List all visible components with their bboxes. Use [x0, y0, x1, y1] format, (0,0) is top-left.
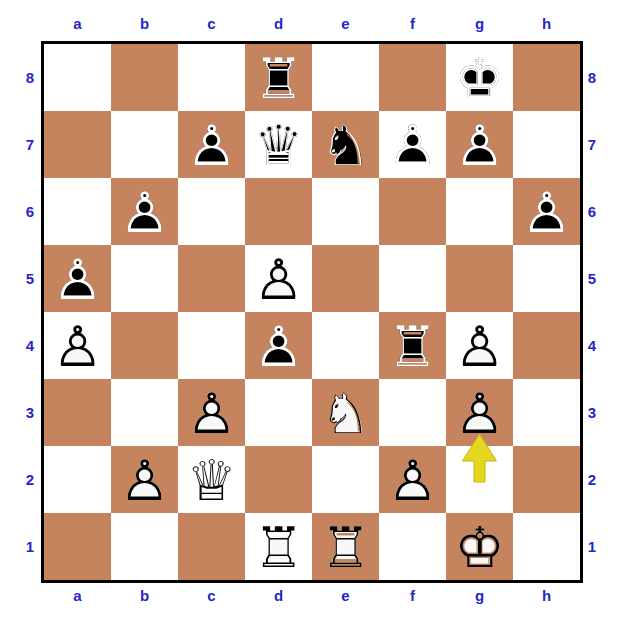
square-g7[interactable]: ♟♙ — [446, 111, 513, 178]
square-f8[interactable] — [379, 44, 446, 111]
square-h8[interactable] — [513, 44, 580, 111]
white-pawn-a4-outline: ♙ — [44, 313, 111, 380]
white-pawn-c3-outline: ♙ — [178, 380, 245, 447]
rank-label-2: 2 — [18, 446, 42, 513]
white-pawn-g3-outline: ♙ — [446, 380, 513, 447]
rank-label-7: 7 — [580, 111, 604, 178]
black-pawn-h6-outline: ♙ — [513, 179, 580, 246]
white-knight-e3-outline: ♘ — [312, 380, 379, 447]
rank-label-6: 6 — [18, 178, 42, 245]
black-rook-d8-outline: ♖ — [245, 45, 312, 112]
square-a6[interactable] — [44, 178, 111, 245]
square-f4[interactable]: ♜♖ — [379, 312, 446, 379]
rank-label-7: 7 — [18, 111, 42, 178]
square-d8[interactable]: ♜♖ — [245, 44, 312, 111]
file-label-e: e — [312, 587, 379, 607]
square-d2[interactable] — [245, 446, 312, 513]
black-pawn-g7-outline: ♙ — [446, 112, 513, 179]
file-label-f: f — [379, 587, 446, 607]
file-label-b: b — [111, 587, 178, 607]
square-e6[interactable] — [312, 178, 379, 245]
file-label-c: c — [178, 587, 245, 607]
white-rook-d1-outline: ♖ — [245, 514, 312, 581]
square-h6[interactable]: ♟♙ — [513, 178, 580, 245]
square-a3[interactable] — [44, 379, 111, 446]
file-labels-top: abcdefgh — [44, 15, 580, 35]
file-label-e: e — [312, 15, 379, 35]
square-b5[interactable] — [111, 245, 178, 312]
black-pawn-d4[interactable]: ♟ — [245, 313, 312, 380]
square-g1[interactable]: ♚♔ — [446, 513, 513, 580]
square-g6[interactable] — [446, 178, 513, 245]
square-c1[interactable] — [178, 513, 245, 580]
black-rook-f4[interactable]: ♜ — [379, 313, 446, 380]
square-c3[interactable]: ♟♙ — [178, 379, 245, 446]
square-d3[interactable] — [245, 379, 312, 446]
file-label-h: h — [513, 587, 580, 607]
square-c4[interactable] — [178, 312, 245, 379]
rank-label-4: 4 — [18, 312, 42, 379]
square-d5[interactable]: ♟♙ — [245, 245, 312, 312]
white-rook-e1-outline: ♖ — [312, 514, 379, 581]
rank-labels-left: 87654321 — [18, 44, 42, 580]
square-d6[interactable] — [245, 178, 312, 245]
rank-label-4: 4 — [580, 312, 604, 379]
file-label-g: g — [446, 587, 513, 607]
black-queen-d7-outline: ♕ — [245, 112, 312, 179]
white-knight-e3[interactable]: ♞ — [312, 380, 379, 447]
rank-label-5: 5 — [18, 245, 42, 312]
rank-label-5: 5 — [580, 245, 604, 312]
black-king-g8[interactable]: ♚ — [446, 45, 513, 112]
white-rook-e1[interactable]: ♜ — [312, 514, 379, 581]
rank-label-1: 1 — [580, 513, 604, 580]
square-f3[interactable] — [379, 379, 446, 446]
square-e5[interactable] — [312, 245, 379, 312]
square-e2[interactable] — [312, 446, 379, 513]
square-d1[interactable]: ♜♖ — [245, 513, 312, 580]
file-labels-bottom: abcdefgh — [44, 587, 580, 607]
black-pawn-h6[interactable]: ♟ — [513, 179, 580, 246]
square-f2[interactable]: ♟♙ — [379, 446, 446, 513]
rank-label-6: 6 — [580, 178, 604, 245]
square-b2[interactable]: ♟♙ — [111, 446, 178, 513]
chess-diagram: abcdefgh 87654321 87654321 ♜♖♚♔♟♙♛♕♞♘♟♙♟… — [0, 0, 619, 625]
white-pawn-f2[interactable]: ♟ — [379, 447, 446, 514]
white-pawn-f2-outline: ♙ — [379, 447, 446, 514]
black-king-g8-outline: ♔ — [446, 45, 513, 112]
square-b1[interactable] — [111, 513, 178, 580]
white-pawn-b2[interactable]: ♟ — [111, 447, 178, 514]
square-a4[interactable]: ♟♙ — [44, 312, 111, 379]
file-label-d: d — [245, 587, 312, 607]
file-label-h: h — [513, 15, 580, 35]
rank-label-8: 8 — [580, 44, 604, 111]
square-c7[interactable]: ♟♙ — [178, 111, 245, 178]
black-pawn-f7[interactable]: ♟ — [379, 112, 446, 179]
square-a7[interactable] — [44, 111, 111, 178]
file-label-a: a — [44, 587, 111, 607]
black-pawn-f7-outline: ♙ — [379, 112, 446, 179]
square-f6[interactable] — [379, 178, 446, 245]
square-g4[interactable]: ♟♙ — [446, 312, 513, 379]
white-pawn-b2-outline: ♙ — [111, 447, 178, 514]
white-pawn-d5-outline: ♙ — [245, 246, 312, 313]
square-a1[interactable] — [44, 513, 111, 580]
white-pawn-g3[interactable]: ♟ — [446, 380, 513, 447]
square-g8[interactable]: ♚♔ — [446, 44, 513, 111]
square-b3[interactable] — [111, 379, 178, 446]
black-pawn-b6-outline: ♙ — [111, 179, 178, 246]
black-queen-d7[interactable]: ♛ — [245, 112, 312, 179]
black-pawn-c7[interactable]: ♟ — [178, 112, 245, 179]
square-f7[interactable]: ♟♙ — [379, 111, 446, 178]
square-d7[interactable]: ♛♕ — [245, 111, 312, 178]
square-b7[interactable] — [111, 111, 178, 178]
square-c5[interactable] — [178, 245, 245, 312]
black-rook-d8[interactable]: ♜ — [245, 45, 312, 112]
square-c6[interactable] — [178, 178, 245, 245]
file-label-d: d — [245, 15, 312, 35]
square-h1[interactable] — [513, 513, 580, 580]
square-d4[interactable]: ♟♙ — [245, 312, 312, 379]
square-h7[interactable] — [513, 111, 580, 178]
square-a5[interactable]: ♟♙ — [44, 245, 111, 312]
black-pawn-c7-outline: ♙ — [178, 112, 245, 179]
square-e3[interactable]: ♞♘ — [312, 379, 379, 446]
file-label-c: c — [178, 15, 245, 35]
square-f1[interactable] — [379, 513, 446, 580]
square-g3[interactable]: ♟♙ — [446, 379, 513, 446]
square-e8[interactable] — [312, 44, 379, 111]
black-pawn-a5[interactable]: ♟ — [44, 246, 111, 313]
rank-label-3: 3 — [580, 379, 604, 446]
rank-labels-right: 87654321 — [580, 44, 604, 580]
square-h3[interactable] — [513, 379, 580, 446]
square-h4[interactable] — [513, 312, 580, 379]
square-c2[interactable]: ♛♕ — [178, 446, 245, 513]
black-pawn-a5-outline: ♙ — [44, 246, 111, 313]
white-pawn-g4-outline: ♙ — [446, 313, 513, 380]
square-b8[interactable] — [111, 44, 178, 111]
white-pawn-a4[interactable]: ♟ — [44, 313, 111, 380]
file-label-b: b — [111, 15, 178, 35]
white-pawn-d5[interactable]: ♟ — [245, 246, 312, 313]
square-g5[interactable] — [446, 245, 513, 312]
square-g2[interactable] — [446, 446, 513, 513]
square-c8[interactable] — [178, 44, 245, 111]
black-pawn-d4-outline: ♙ — [245, 313, 312, 380]
chess-board: ♜♖♚♔♟♙♛♕♞♘♟♙♟♙♟♙♟♙♟♙♟♙♟♙♟♙♜♖♟♙♟♙♞♘♟♙♟♙♛♕… — [44, 44, 580, 580]
rank-label-3: 3 — [18, 379, 42, 446]
rank-label-1: 1 — [18, 513, 42, 580]
black-knight-e7-outline: ♘ — [312, 112, 379, 179]
black-rook-f4-outline: ♖ — [379, 313, 446, 380]
black-pawn-g7[interactable]: ♟ — [446, 112, 513, 179]
square-e7[interactable]: ♞♘ — [312, 111, 379, 178]
chess-board-frame: ♜♖♚♔♟♙♛♕♞♘♟♙♟♙♟♙♟♙♟♙♟♙♟♙♟♙♜♖♟♙♟♙♞♘♟♙♟♙♛♕… — [41, 41, 583, 583]
black-pawn-b6[interactable]: ♟ — [111, 179, 178, 246]
file-label-g: g — [446, 15, 513, 35]
white-king-g1[interactable]: ♚ — [446, 514, 513, 581]
square-b4[interactable] — [111, 312, 178, 379]
square-f5[interactable] — [379, 245, 446, 312]
white-queen-c2-outline: ♕ — [178, 447, 245, 514]
square-e1[interactable]: ♜♖ — [312, 513, 379, 580]
file-label-f: f — [379, 15, 446, 35]
white-rook-d1[interactable]: ♜ — [245, 514, 312, 581]
rank-label-2: 2 — [580, 446, 604, 513]
square-h2[interactable] — [513, 446, 580, 513]
white-pawn-c3[interactable]: ♟ — [178, 380, 245, 447]
square-a8[interactable] — [44, 44, 111, 111]
square-h5[interactable] — [513, 245, 580, 312]
white-pawn-g4[interactable]: ♟ — [446, 313, 513, 380]
square-a2[interactable] — [44, 446, 111, 513]
file-label-a: a — [44, 15, 111, 35]
white-queen-c2[interactable]: ♛ — [178, 447, 245, 514]
square-e4[interactable] — [312, 312, 379, 379]
black-knight-e7[interactable]: ♞ — [312, 112, 379, 179]
rank-label-8: 8 — [18, 44, 42, 111]
square-b6[interactable]: ♟♙ — [111, 178, 178, 245]
white-king-g1-outline: ♔ — [446, 514, 513, 581]
